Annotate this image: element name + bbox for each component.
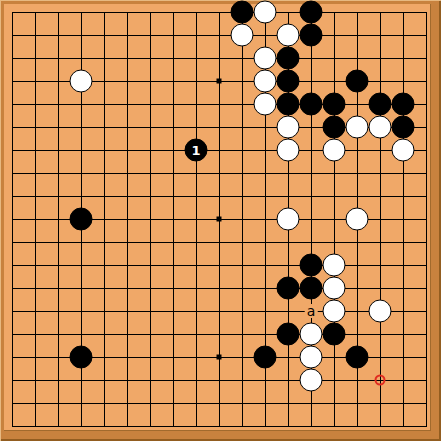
white-stone [392,139,415,162]
grid-line-vertical [242,12,243,427]
white-stone [277,116,300,139]
grid-line-vertical [380,12,381,427]
black-stone [323,323,346,346]
grid-line-horizontal [12,334,427,335]
white-stone [300,323,323,346]
black-stone [254,346,277,369]
white-stone [254,70,277,93]
go-board: 1a [4,4,431,431]
grid-line-vertical [334,12,335,427]
black-stone [277,277,300,300]
white-stone [323,300,346,323]
red-circle-marker [375,375,386,386]
white-stone [277,139,300,162]
white-stone [369,116,392,139]
go-board-frame: 1a [0,0,441,441]
black-stone [70,208,93,231]
white-stone [231,24,254,47]
grid-line-horizontal [12,242,427,243]
white-stone [254,47,277,70]
white-stone [323,254,346,277]
grid-line-vertical [426,12,427,427]
black-stone [277,323,300,346]
star-point [217,79,222,84]
black-stone [323,93,346,116]
grid-line-horizontal [12,311,427,312]
black-stone [323,116,346,139]
black-stone [277,70,300,93]
white-stone [277,24,300,47]
black-stone [392,116,415,139]
white-stone [254,1,277,24]
white-stone [300,346,323,369]
white-stone [346,208,369,231]
white-stone [277,208,300,231]
grid-line-horizontal [12,288,427,289]
black-stone: 1 [185,139,208,162]
black-stone [300,24,323,47]
black-stone [346,346,369,369]
star-point [217,217,222,222]
black-stone [231,1,254,24]
black-stone [392,93,415,116]
black-stone [300,93,323,116]
black-stone [300,254,323,277]
black-stone [346,70,369,93]
white-stone [70,70,93,93]
grid-line-horizontal [12,265,427,266]
black-stone [300,277,323,300]
star-point [217,355,222,360]
grid-line-horizontal [12,403,427,404]
black-stone [300,1,323,24]
black-stone [70,346,93,369]
grid-line-horizontal [12,426,427,427]
white-stone [323,139,346,162]
grid-line-horizontal [12,380,427,381]
white-stone [346,116,369,139]
black-stone [369,93,392,116]
black-stone [277,93,300,116]
point-letter-label: a [305,304,318,318]
white-stone [300,369,323,392]
white-stone [254,93,277,116]
white-stone [323,277,346,300]
grid-line-vertical [403,12,404,427]
black-stone [277,47,300,70]
move-number-label: 1 [191,144,200,157]
white-stone [369,300,392,323]
